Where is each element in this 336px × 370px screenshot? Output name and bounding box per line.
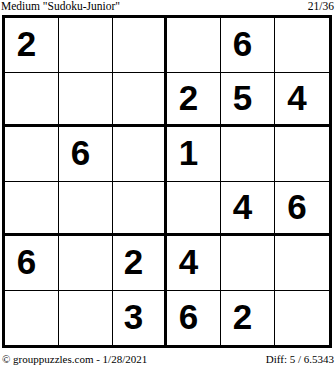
sudoku-board: 262546146624362	[2, 15, 332, 348]
cell-r6c1	[5, 291, 59, 346]
cell-r1c2	[59, 18, 113, 73]
given-digit: 6	[287, 189, 306, 224]
given-digit: 5	[233, 80, 252, 115]
cell-r4c1	[5, 182, 59, 237]
cell-r1c1: 2	[5, 18, 59, 73]
cell-r4c4	[167, 182, 221, 237]
given-digit: 4	[233, 189, 252, 224]
footer: © grouppuzzles.com - 1/28/2021 Diff: 5 /…	[2, 352, 334, 366]
cell-r3c6	[275, 127, 329, 182]
given-digit: 4	[179, 244, 198, 279]
puzzle-page: Medium "Sudoku-Junior" 21/36 26254614662…	[0, 0, 336, 370]
given-digit: 6	[233, 26, 252, 61]
cell-r5c3: 2	[113, 236, 167, 291]
cell-r6c4: 6	[167, 291, 221, 346]
cell-r3c5	[221, 127, 275, 182]
cell-r5c6	[275, 236, 329, 291]
cell-r1c5: 6	[221, 18, 275, 73]
given-digit: 6	[17, 244, 36, 279]
cell-r2c6: 4	[275, 73, 329, 128]
cell-r2c1	[5, 73, 59, 128]
cell-r6c6	[275, 291, 329, 346]
cell-r1c4	[167, 18, 221, 73]
puzzle-title: Medium "Sudoku-Junior"	[1, 0, 120, 13]
cell-r3c3	[113, 127, 167, 182]
cell-r2c2	[59, 73, 113, 128]
given-digit: 6	[71, 135, 90, 170]
cell-r2c5: 5	[221, 73, 275, 128]
cell-r5c4: 4	[167, 236, 221, 291]
given-digit: 2	[17, 26, 36, 61]
cell-r1c6	[275, 18, 329, 73]
cell-r5c2	[59, 236, 113, 291]
given-digit: 2	[233, 299, 252, 334]
cell-r1c3	[113, 18, 167, 73]
cell-r6c3: 3	[113, 291, 167, 346]
given-digit: 3	[124, 299, 143, 334]
given-digit: 2	[179, 80, 198, 115]
header: Medium "Sudoku-Junior" 21/36	[1, 0, 334, 13]
cell-r4c2	[59, 182, 113, 237]
cell-r4c3	[113, 182, 167, 237]
cell-r6c5: 2	[221, 291, 275, 346]
given-digit: 2	[124, 244, 143, 279]
given-digit: 4	[287, 80, 306, 115]
cell-r2c4: 2	[167, 73, 221, 128]
cell-r3c2: 6	[59, 127, 113, 182]
cell-r5c1: 6	[5, 236, 59, 291]
difficulty-text: Diff: 5 / 6.5343	[266, 352, 334, 366]
cell-r4c5: 4	[221, 182, 275, 237]
cell-r3c1	[5, 127, 59, 182]
copyright-text: © grouppuzzles.com - 1/28/2021	[2, 352, 147, 366]
cell-r6c2	[59, 291, 113, 346]
cell-r3c4: 1	[167, 127, 221, 182]
cell-r5c5	[221, 236, 275, 291]
cell-r2c3	[113, 73, 167, 128]
givens-counter: 21/36	[308, 0, 334, 13]
cell-r4c6: 6	[275, 182, 329, 237]
given-digit: 1	[179, 135, 198, 170]
given-digit: 6	[179, 299, 198, 334]
